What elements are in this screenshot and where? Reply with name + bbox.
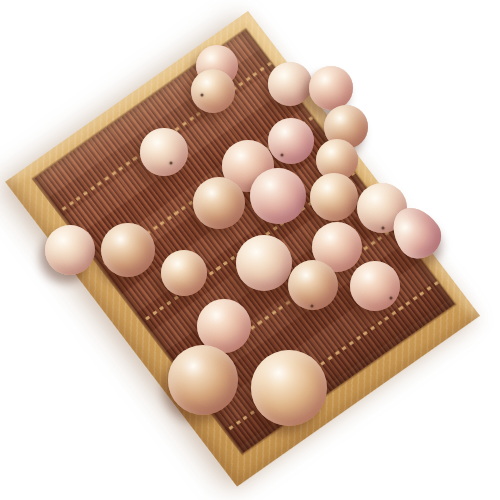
pearl-21 <box>161 250 207 296</box>
pearl-drill-hole <box>382 227 385 230</box>
pearl-10 <box>250 168 306 224</box>
pearl-4 <box>309 66 353 110</box>
mat-stitch-thread-5 <box>225 281 439 433</box>
pearl-17 <box>193 177 245 229</box>
pearl-11 <box>310 173 358 221</box>
pearl-drill-hole <box>201 94 204 97</box>
pearl-drill-hole <box>169 161 172 164</box>
pearl-8 <box>140 128 188 176</box>
photo-canvas <box>0 0 500 500</box>
pearl-drill-hole <box>311 305 314 308</box>
pearl-drill-hole <box>390 297 393 300</box>
pearl-18 <box>236 235 292 291</box>
pearl-6 <box>268 118 314 164</box>
pearl-2 <box>191 69 235 113</box>
pearl-drill-hole <box>280 153 283 156</box>
pearl-23 <box>168 345 238 415</box>
pearl-3 <box>268 62 312 106</box>
pearl-15 <box>288 260 338 310</box>
pearl-20 <box>101 223 155 277</box>
pearl-24 <box>251 350 327 426</box>
pearl-19 <box>45 225 95 275</box>
pearl-16 <box>350 261 400 311</box>
